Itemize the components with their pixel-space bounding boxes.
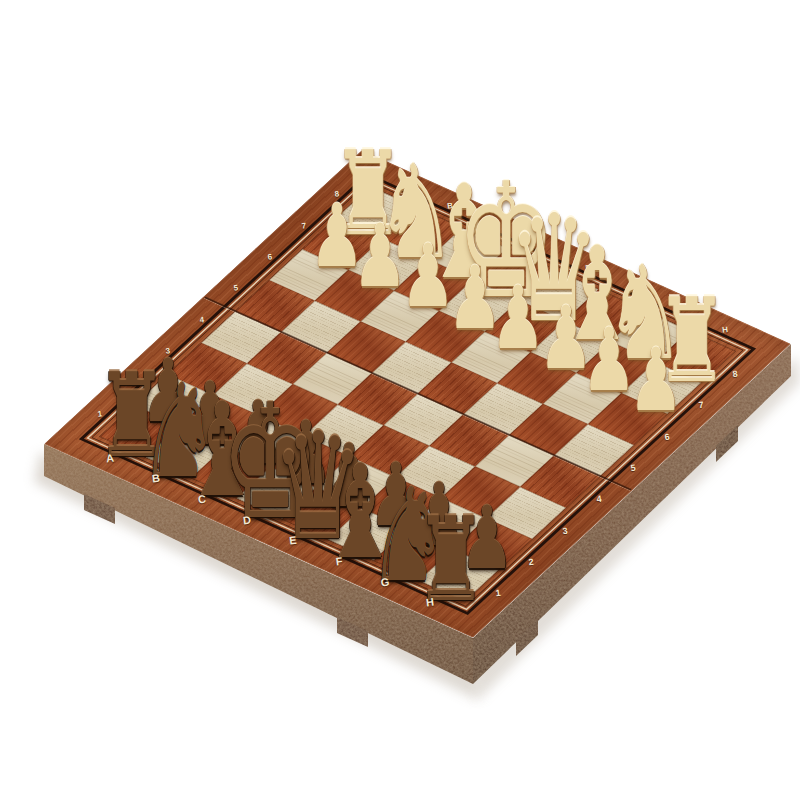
chess-set-photo: AABBCCDDEEFFGGHH8877665544332211 ♜♞♝♚♛♝♞… bbox=[0, 0, 800, 800]
